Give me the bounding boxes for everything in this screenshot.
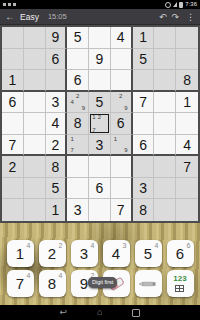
cell-r7c3[interactable]: 8 xyxy=(46,156,68,178)
cell-value: 6 xyxy=(52,51,60,67)
cell-r5c4[interactable]: 8 xyxy=(67,113,89,135)
digit-key-1[interactable]: 14 xyxy=(7,240,34,267)
cell-value: 8 xyxy=(74,115,82,131)
cell-r1c5[interactable] xyxy=(89,27,111,49)
toggle-123-label: 123 xyxy=(173,275,186,283)
digit-label: 7 xyxy=(16,275,24,292)
cell-r1c4[interactable]: 5 xyxy=(67,27,89,49)
cell-r6c9[interactable]: 4 xyxy=(176,135,198,157)
cell-r1c1[interactable] xyxy=(2,27,24,49)
cell-value: 1 xyxy=(139,29,147,45)
cell-r4c7[interactable]: 7 xyxy=(133,92,155,114)
cell-r2c2[interactable] xyxy=(24,49,46,71)
cell-r4c2[interactable] xyxy=(24,92,46,114)
digit-key-6[interactable]: 66 xyxy=(167,240,194,267)
cell-r4c1[interactable]: 6 xyxy=(2,92,24,114)
digit-remaining-count: 3 xyxy=(123,242,127,249)
cell-r2c1[interactable] xyxy=(2,49,24,71)
notification-icon xyxy=(3,3,6,6)
cell-r6c4[interactable]: 17 xyxy=(67,135,89,157)
cell-value: 5 xyxy=(52,180,60,196)
digit-key-8[interactable]: 84 xyxy=(39,270,66,297)
cell-value: 1 xyxy=(183,94,191,110)
cell-r1c8[interactable] xyxy=(154,27,176,49)
cell-value: 3 xyxy=(74,202,82,218)
nav-recents-button[interactable] xyxy=(132,309,140,317)
cell-value: 7 xyxy=(117,202,125,218)
action-bar: ← Easy 15:05 ↶ ↷ ⋮ xyxy=(0,9,200,25)
cell-r1c2[interactable] xyxy=(24,27,46,49)
digit-label: 9 xyxy=(80,275,88,292)
cell-value: 9 xyxy=(52,29,60,45)
cell-value: 4 xyxy=(117,29,125,45)
pencil-marks: 29 xyxy=(111,92,131,113)
cell-value: 6 xyxy=(117,115,125,131)
pencil-icon xyxy=(139,280,157,288)
cell-r3c7[interactable] xyxy=(133,70,155,92)
cell-r4c4[interactable]: 249 xyxy=(67,92,89,114)
cell-r6c6[interactable]: 19 xyxy=(111,135,133,157)
cell-value: 5 xyxy=(96,94,104,110)
redo-icon[interactable]: ↷ xyxy=(171,9,179,25)
cell-r2c4[interactable] xyxy=(67,49,89,71)
cell-r3c8[interactable] xyxy=(154,70,176,92)
keypad-area: 142234435466 748492 123 Digit first xyxy=(0,223,200,305)
cell-r3c4[interactable]: 6 xyxy=(67,70,89,92)
difficulty-title: Easy xyxy=(20,12,39,22)
keypad-row-2-digits: 748492 xyxy=(7,270,98,297)
cell-r5c3[interactable]: 4 xyxy=(46,113,68,135)
digit-remaining-count: 4 xyxy=(91,242,95,249)
digit-label: 3 xyxy=(80,245,88,262)
cell-r9c5[interactable] xyxy=(89,199,111,221)
digit-remaining-count: 4 xyxy=(59,272,63,279)
cell-value: 6 xyxy=(8,94,16,110)
cell-r9c3[interactable]: 1 xyxy=(46,199,68,221)
status-bar: 7:36 xyxy=(0,0,200,9)
pencil-marks: 127 xyxy=(89,113,110,134)
cell-r2c5[interactable]: 9 xyxy=(89,49,111,71)
notification-icon xyxy=(8,3,11,6)
status-time: 7:36 xyxy=(185,0,197,9)
digit-key-3[interactable]: 34 xyxy=(71,240,98,267)
cell-r3c6[interactable] xyxy=(111,70,133,92)
navigation-bar: ↩ ⌂ xyxy=(0,305,200,320)
pencil-marks: 17 xyxy=(67,135,88,155)
digit-label: 1 xyxy=(16,245,24,262)
cell-r7c1[interactable]: 2 xyxy=(2,156,24,178)
cell-r7c6[interactable] xyxy=(111,156,133,178)
cell-r5c7[interactable] xyxy=(133,113,155,135)
cell-r8c6[interactable] xyxy=(111,178,133,200)
cell-value: 3 xyxy=(52,94,60,110)
pencil-marks: 249 xyxy=(67,92,88,113)
cell-value: 2 xyxy=(8,159,16,175)
digit-label: 8 xyxy=(48,275,56,292)
pencil-marks: 19 xyxy=(111,135,131,155)
cell-r8c9[interactable] xyxy=(176,178,198,200)
digit-remaining-count: 4 xyxy=(155,242,159,249)
cell-value: 8 xyxy=(52,159,60,175)
cell-r3c5[interactable] xyxy=(89,70,111,92)
cell-r8c2[interactable] xyxy=(24,178,46,200)
cell-r4c3[interactable]: 3 xyxy=(46,92,68,114)
cell-value: 3 xyxy=(139,180,147,196)
cell-r4c8[interactable] xyxy=(154,92,176,114)
cell-value: 5 xyxy=(139,51,147,67)
cell-value: 5 xyxy=(74,29,82,45)
cell-r9c8[interactable] xyxy=(154,199,176,221)
game-timer: 15:05 xyxy=(48,12,67,21)
cell-r7c7[interactable] xyxy=(133,156,155,178)
sudoku-grid: 9541695168632495297148127672173196428756… xyxy=(0,25,200,223)
cell-r1c7[interactable]: 1 xyxy=(133,27,155,49)
digit-remaining-count: 6 xyxy=(187,242,191,249)
grid-icon xyxy=(175,285,184,292)
cell-r4c6[interactable]: 29 xyxy=(111,92,133,114)
cell-value: 1 xyxy=(52,202,60,218)
digit-remaining-count: 2 xyxy=(59,242,63,249)
cell-r7c4[interactable] xyxy=(67,156,89,178)
cell-r6c2[interactable] xyxy=(24,135,46,157)
cell-r2c6[interactable] xyxy=(111,49,133,71)
cell-r6c7[interactable]: 6 xyxy=(133,135,155,157)
cell-r3c1[interactable]: 1 xyxy=(2,70,24,92)
digit-remaining-count: 4 xyxy=(27,242,31,249)
cell-r9c9[interactable] xyxy=(176,199,198,221)
cell-r1c9[interactable] xyxy=(176,27,198,49)
cell-r5c6[interactable]: 6 xyxy=(111,113,133,135)
nav-home-button[interactable]: ⌂ xyxy=(97,305,102,320)
cell-r4c5[interactable]: 5 xyxy=(89,92,111,114)
cell-value: 6 xyxy=(74,72,82,88)
cell-r5c5[interactable]: 127 xyxy=(89,113,111,135)
cell-r9c7[interactable]: 8 xyxy=(133,199,155,221)
cell-value: 2 xyxy=(52,137,60,153)
cell-r1c3[interactable]: 9 xyxy=(46,27,68,49)
cell-r7c5[interactable] xyxy=(89,156,111,178)
digit-remaining-count: 4 xyxy=(27,272,31,279)
cell-r8c7[interactable]: 3 xyxy=(133,178,155,200)
cell-value: 7 xyxy=(8,137,16,153)
undo-icon[interactable]: ↶ xyxy=(159,9,167,25)
cell-r3c9[interactable]: 8 xyxy=(176,70,198,92)
cell-value: 3 xyxy=(96,137,104,153)
cell-r8c3[interactable]: 5 xyxy=(46,178,68,200)
digit-label: 2 xyxy=(48,245,56,262)
digit-label: 5 xyxy=(144,245,152,262)
pencil-button[interactable] xyxy=(135,270,162,297)
cell-r9c2[interactable] xyxy=(24,199,46,221)
digit-label: 6 xyxy=(176,245,184,262)
signal-icon xyxy=(173,2,177,7)
cell-value: 6 xyxy=(139,137,147,153)
cell-r6c8[interactable] xyxy=(154,135,176,157)
cell-value: 1 xyxy=(8,72,16,88)
cell-r8c1[interactable] xyxy=(2,178,24,200)
cell-r8c8[interactable] xyxy=(154,178,176,200)
cell-r9c1[interactable] xyxy=(2,199,24,221)
cell-r5c2[interactable] xyxy=(24,113,46,135)
cell-value: 6 xyxy=(96,180,104,196)
cell-value: 8 xyxy=(183,72,191,88)
digit-key-7[interactable]: 74 xyxy=(7,270,34,297)
cell-r3c3[interactable] xyxy=(46,70,68,92)
digit-key-5[interactable]: 54 xyxy=(135,240,162,267)
cell-r9c6[interactable]: 7 xyxy=(111,199,133,221)
cell-value: 7 xyxy=(183,159,191,175)
cell-r3c2[interactable] xyxy=(24,70,46,92)
cell-value: 4 xyxy=(52,115,60,131)
cell-r6c5[interactable]: 3 xyxy=(89,135,111,157)
cell-r8c4[interactable] xyxy=(67,178,89,200)
digit-first-tooltip: Digit first xyxy=(88,277,117,288)
cell-r7c8[interactable] xyxy=(154,156,176,178)
cell-r2c7[interactable]: 5 xyxy=(133,49,155,71)
cell-r7c9[interactable]: 7 xyxy=(176,156,198,178)
notification-icon xyxy=(13,3,16,6)
cell-value: 4 xyxy=(183,137,191,153)
cell-r8c5[interactable]: 6 xyxy=(89,178,111,200)
keypad-row-1: 142234435466 xyxy=(0,240,200,267)
cell-value: 7 xyxy=(139,94,147,110)
cell-r5c1[interactable] xyxy=(2,113,24,135)
cell-r1c6[interactable]: 4 xyxy=(111,27,133,49)
digit-key-2[interactable]: 22 xyxy=(39,240,66,267)
notification-icons xyxy=(3,3,16,6)
digit-key-4[interactable]: 43 xyxy=(103,240,130,267)
cell-r6c1[interactable]: 7 xyxy=(2,135,24,157)
cell-r2c8[interactable] xyxy=(154,49,176,71)
cell-r5c9[interactable] xyxy=(176,113,198,135)
cell-r7c2[interactable] xyxy=(24,156,46,178)
overflow-menu-icon[interactable]: ⋮ xyxy=(186,12,195,22)
digit-label: 4 xyxy=(112,245,120,262)
cell-r2c9[interactable] xyxy=(176,49,198,71)
back-arrow-icon[interactable]: ← xyxy=(5,9,15,25)
cell-value: 8 xyxy=(139,202,147,218)
cell-r4c9[interactable]: 1 xyxy=(176,92,198,114)
number-pad-toggle-button[interactable]: 123 xyxy=(167,270,194,297)
nav-back-button[interactable]: ↩ xyxy=(60,305,68,320)
cell-r9c4[interactable]: 3 xyxy=(67,199,89,221)
cell-value: 9 xyxy=(96,51,104,67)
cell-r2c3[interactable]: 6 xyxy=(46,49,68,71)
alarm-icon xyxy=(165,2,171,8)
cell-r5c8[interactable] xyxy=(154,113,176,135)
battery-icon xyxy=(179,2,183,8)
cell-r6c3[interactable]: 2 xyxy=(46,135,68,157)
